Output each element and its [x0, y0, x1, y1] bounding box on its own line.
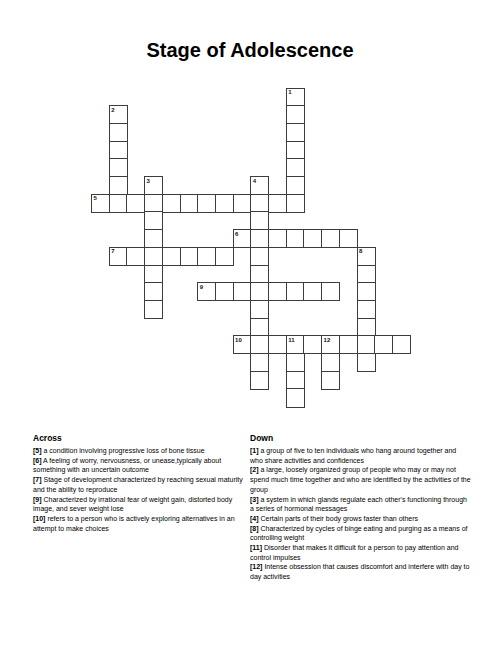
grid-cell-r11c7[interactable]	[215, 282, 234, 301]
grid-cell-r6c9[interactable]	[250, 194, 269, 213]
grid-cell-r9c3[interactable]	[144, 247, 163, 266]
grid-cell-r13c15[interactable]	[357, 318, 376, 337]
grid-cell-r11c8[interactable]	[233, 282, 252, 301]
grid-cell-r6c4[interactable]	[162, 194, 181, 213]
across-clue-list: [5] a condition involving progressive lo…	[33, 446, 251, 533]
grid-cell-r10c15[interactable]	[357, 265, 376, 284]
grid-cell-r4c1[interactable]	[109, 158, 128, 177]
grid-cell-r1c1[interactable]: 2	[109, 105, 128, 124]
grid-cell-r8c13[interactable]	[321, 229, 340, 248]
across-clues-section: Across [5] a condition involving progres…	[33, 433, 251, 533]
grid-cell-r11c3[interactable]	[144, 282, 163, 301]
grid-cell-r9c7[interactable]	[215, 247, 234, 266]
grid-cell-r9c1[interactable]: 7	[109, 247, 128, 266]
grid-cell-r5c1[interactable]	[109, 176, 128, 195]
grid-cell-r16c11[interactable]	[286, 371, 305, 390]
cell-number-2: 2	[111, 107, 114, 113]
grid-cell-r9c5[interactable]	[180, 247, 199, 266]
clue-down-12: [12] Intense obsession that causes disco…	[250, 562, 471, 581]
grid-cell-r15c9[interactable]	[250, 353, 269, 372]
grid-cell-r6c10[interactable]	[268, 194, 287, 213]
grid-cell-r6c0[interactable]: 5	[91, 194, 110, 213]
grid-cell-r8c14[interactable]	[339, 229, 358, 248]
grid-cell-r1c11[interactable]	[286, 105, 305, 124]
grid-cell-r14c16[interactable]	[374, 335, 393, 354]
grid-cell-r0c11[interactable]: 1	[286, 88, 305, 107]
grid-cell-r14c13[interactable]: 12	[321, 335, 340, 354]
grid-cell-r11c6[interactable]: 9	[197, 282, 216, 301]
clue-across-10: [10] refers to a person who is actively …	[33, 514, 251, 533]
grid-cell-r3c11[interactable]	[286, 141, 305, 160]
grid-cell-r11c10[interactable]	[268, 282, 287, 301]
grid-cell-r12c15[interactable]	[357, 300, 376, 319]
clue-number-down-4: [4]	[250, 515, 259, 522]
grid-cell-r14c10[interactable]	[268, 335, 287, 354]
cell-number-1: 1	[288, 89, 291, 95]
cell-number-6: 6	[235, 231, 238, 237]
grid-cell-r6c7[interactable]	[215, 194, 234, 213]
grid-cell-r11c11[interactable]	[286, 282, 305, 301]
grid-cell-r2c11[interactable]	[286, 123, 305, 142]
cell-number-10: 10	[235, 337, 242, 343]
grid-cell-r14c15[interactable]	[357, 335, 376, 354]
grid-cell-r6c5[interactable]	[180, 194, 199, 213]
clue-number-down-2: [2]	[250, 466, 259, 473]
down-clues-section: Down [1] a group of five to ten individu…	[250, 433, 471, 582]
grid-cell-r9c6[interactable]	[197, 247, 216, 266]
grid-cell-r3c1[interactable]	[109, 141, 128, 160]
grid-cell-r17c11[interactable]	[286, 388, 305, 407]
cell-number-11: 11	[288, 337, 294, 343]
grid-cell-r15c15[interactable]	[357, 353, 376, 372]
page: Stage of Adolescence 123456789101112 Acr…	[0, 0, 500, 647]
grid-cell-r7c3[interactable]	[144, 211, 163, 230]
grid-cell-r15c13[interactable]	[321, 353, 340, 372]
clue-number-across-6: [6]	[33, 457, 42, 464]
clue-number-down-11: [11]	[250, 544, 262, 551]
clue-number-across-10: [10]	[33, 515, 45, 522]
grid-cell-r9c4[interactable]	[162, 247, 181, 266]
grid-cell-r8c9[interactable]	[250, 229, 269, 248]
grid-cell-r6c2[interactable]	[126, 194, 145, 213]
across-heading: Across	[33, 433, 251, 443]
clue-number-across-5: [5]	[33, 447, 42, 454]
grid-cell-r5c11[interactable]	[286, 176, 305, 195]
grid-cell-r8c8[interactable]: 6	[233, 229, 252, 248]
clue-across-9: [9] Characterized by irrational fear of …	[33, 495, 251, 514]
grid-cell-r14c11[interactable]: 11	[286, 335, 305, 354]
grid-cell-r14c12[interactable]	[303, 335, 322, 354]
grid-cell-r9c15[interactable]: 8	[357, 247, 376, 266]
grid-cell-r6c3[interactable]	[144, 194, 163, 213]
clue-down-4: [4] Certain parts of their body grows fa…	[250, 514, 471, 524]
clue-across-7: [7] Stage of development characterized b…	[33, 475, 251, 494]
cell-number-9: 9	[200, 284, 203, 290]
grid-cell-r12c3[interactable]	[144, 300, 163, 319]
grid-cell-r5c9[interactable]: 4	[250, 176, 269, 195]
grid-cell-r8c11[interactable]	[286, 229, 305, 248]
grid-cell-r9c2[interactable]	[126, 247, 145, 266]
crossword-grid: 123456789101112	[91, 88, 411, 408]
grid-cell-r14c8[interactable]: 10	[233, 335, 252, 354]
grid-cell-r6c6[interactable]	[197, 194, 216, 213]
grid-cell-r6c11[interactable]	[286, 194, 305, 213]
grid-cell-r10c3[interactable]	[144, 265, 163, 284]
clue-across-5: [5] a condition involving progressive lo…	[33, 446, 251, 456]
clue-number-down-1: [1]	[250, 447, 259, 454]
grid-cell-r11c9[interactable]	[250, 282, 269, 301]
down-heading: Down	[250, 433, 471, 443]
grid-cell-r6c8[interactable]	[233, 194, 252, 213]
grid-cell-r11c12[interactable]	[303, 282, 322, 301]
grid-cell-r4c11[interactable]	[286, 158, 305, 177]
grid-cell-r6c1[interactable]	[109, 194, 128, 213]
grid-cell-r14c9[interactable]	[250, 335, 269, 354]
cell-number-8: 8	[359, 248, 362, 254]
grid-cell-r14c14[interactable]	[339, 335, 358, 354]
clue-down-8: [8] Characterized by cycles of binge eat…	[250, 524, 471, 543]
down-clue-list: [1] a group of five to ten individuals w…	[250, 446, 471, 582]
grid-cell-r9c9[interactable]	[250, 247, 269, 266]
cell-number-3: 3	[147, 178, 150, 184]
grid-cell-r12c9[interactable]	[250, 300, 269, 319]
cell-number-5: 5	[94, 195, 97, 201]
cell-number-4: 4	[253, 178, 256, 184]
clue-down-2: [2] a large, loosely organized group of …	[250, 465, 471, 494]
grid-cell-r16c9[interactable]	[250, 371, 269, 390]
grid-cell-r8c12[interactable]	[303, 229, 322, 248]
grid-cell-r5c3[interactable]: 3	[144, 176, 163, 195]
cell-number-12: 12	[324, 337, 331, 343]
grid-cell-r8c10[interactable]	[268, 229, 287, 248]
grid-cell-r11c13[interactable]	[321, 282, 340, 301]
clue-down-3: [3] a system in which glands regulate ea…	[250, 495, 471, 514]
grid-cell-r14c17[interactable]	[392, 335, 411, 354]
grid-cell-r8c3[interactable]	[144, 229, 163, 248]
clue-down-1: [1] a group of five to ten individuals w…	[250, 446, 471, 465]
clue-number-across-7: [7]	[33, 476, 42, 483]
grid-cell-r10c9[interactable]	[250, 265, 269, 284]
grid-cell-r15c11[interactable]	[286, 353, 305, 372]
grid-cell-r11c15[interactable]	[357, 282, 376, 301]
grid-cell-r16c13[interactable]	[321, 371, 340, 390]
clue-across-6: [6] A feeling of worry, nervousness, or …	[33, 456, 251, 475]
clue-number-down-8: [8]	[250, 525, 259, 532]
clue-number-down-12: [12]	[250, 563, 262, 570]
clue-number-across-9: [9]	[33, 496, 42, 503]
grid-cell-r7c9[interactable]	[250, 211, 269, 230]
clue-down-11: [11] Disorder that makes it difficult fo…	[250, 543, 471, 562]
cell-number-7: 7	[111, 248, 114, 254]
puzzle-title: Stage of Adolescence	[0, 39, 500, 62]
grid-cell-r13c9[interactable]	[250, 318, 269, 337]
clue-number-down-3: [3]	[250, 496, 259, 503]
grid-cell-r2c1[interactable]	[109, 123, 128, 142]
